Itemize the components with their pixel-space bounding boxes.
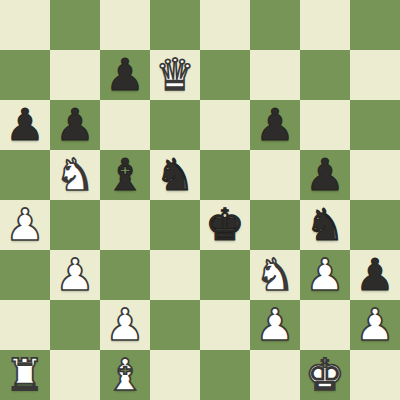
square-c2[interactable]: ♟︎ bbox=[100, 300, 150, 350]
square-b5[interactable]: ♞︎ bbox=[50, 150, 100, 200]
square-e1[interactable] bbox=[200, 350, 250, 400]
square-c1[interactable]: ♝︎ bbox=[100, 350, 150, 400]
white-pawn[interactable]: ♟︎ bbox=[5, 200, 44, 250]
black-pawn[interactable]: ♟︎ bbox=[5, 100, 44, 150]
white-king[interactable]: ♚︎ bbox=[305, 350, 344, 400]
black-pawn[interactable]: ♟︎ bbox=[305, 150, 344, 200]
square-f6[interactable]: ♟︎ bbox=[250, 100, 300, 150]
white-pawn[interactable]: ♟︎ bbox=[355, 300, 394, 350]
white-rook[interactable]: ♜︎ bbox=[5, 350, 44, 400]
square-f7[interactable] bbox=[250, 50, 300, 100]
square-e2[interactable] bbox=[200, 300, 250, 350]
square-e7[interactable] bbox=[200, 50, 250, 100]
square-g4[interactable]: ♞︎ bbox=[300, 200, 350, 250]
square-h8[interactable] bbox=[350, 0, 400, 50]
square-c4[interactable] bbox=[100, 200, 150, 250]
square-h6[interactable] bbox=[350, 100, 400, 150]
square-a2[interactable] bbox=[0, 300, 50, 350]
square-f2[interactable]: ♟︎ bbox=[250, 300, 300, 350]
square-a8[interactable] bbox=[0, 0, 50, 50]
square-c8[interactable] bbox=[100, 0, 150, 50]
white-knight[interactable]: ♞︎ bbox=[255, 250, 294, 300]
square-d4[interactable] bbox=[150, 200, 200, 250]
square-d7[interactable]: ♛︎ bbox=[150, 50, 200, 100]
square-g1[interactable]: ♚︎ bbox=[300, 350, 350, 400]
square-h3[interactable]: ♟︎ bbox=[350, 250, 400, 300]
black-pawn[interactable]: ♟︎ bbox=[55, 100, 94, 150]
square-c7[interactable]: ♟︎ bbox=[100, 50, 150, 100]
square-h5[interactable] bbox=[350, 150, 400, 200]
white-pawn[interactable]: ♟︎ bbox=[305, 250, 344, 300]
square-c3[interactable] bbox=[100, 250, 150, 300]
white-pawn[interactable]: ♟︎ bbox=[55, 250, 94, 300]
black-knight[interactable]: ♞︎ bbox=[305, 200, 344, 250]
square-h7[interactable] bbox=[350, 50, 400, 100]
square-g3[interactable]: ♟︎ bbox=[300, 250, 350, 300]
square-a5[interactable] bbox=[0, 150, 50, 200]
square-f1[interactable] bbox=[250, 350, 300, 400]
square-a6[interactable]: ♟︎ bbox=[0, 100, 50, 150]
black-knight[interactable]: ♞︎ bbox=[155, 150, 194, 200]
square-g5[interactable]: ♟︎ bbox=[300, 150, 350, 200]
white-queen[interactable]: ♛︎ bbox=[155, 50, 194, 100]
white-pawn[interactable]: ♟︎ bbox=[255, 300, 294, 350]
square-h2[interactable]: ♟︎ bbox=[350, 300, 400, 350]
black-pawn[interactable]: ♟︎ bbox=[105, 50, 144, 100]
square-h4[interactable] bbox=[350, 200, 400, 250]
square-g8[interactable] bbox=[300, 0, 350, 50]
square-b8[interactable] bbox=[50, 0, 100, 50]
square-h1[interactable] bbox=[350, 350, 400, 400]
square-f8[interactable] bbox=[250, 0, 300, 50]
black-bishop[interactable]: ♝︎ bbox=[105, 150, 144, 200]
square-d5[interactable]: ♞︎ bbox=[150, 150, 200, 200]
square-a7[interactable] bbox=[0, 50, 50, 100]
square-b3[interactable]: ♟︎ bbox=[50, 250, 100, 300]
square-b2[interactable] bbox=[50, 300, 100, 350]
white-knight[interactable]: ♞︎ bbox=[55, 150, 94, 200]
square-d6[interactable] bbox=[150, 100, 200, 150]
square-d3[interactable] bbox=[150, 250, 200, 300]
square-d8[interactable] bbox=[150, 0, 200, 50]
square-a3[interactable] bbox=[0, 250, 50, 300]
square-e3[interactable] bbox=[200, 250, 250, 300]
square-b1[interactable] bbox=[50, 350, 100, 400]
square-e4[interactable]: ♚︎ bbox=[200, 200, 250, 250]
square-e8[interactable] bbox=[200, 0, 250, 50]
square-g6[interactable] bbox=[300, 100, 350, 150]
white-pawn[interactable]: ♟︎ bbox=[105, 300, 144, 350]
square-d2[interactable] bbox=[150, 300, 200, 350]
square-c5[interactable]: ♝︎ bbox=[100, 150, 150, 200]
square-a4[interactable]: ♟︎ bbox=[0, 200, 50, 250]
black-pawn[interactable]: ♟︎ bbox=[355, 250, 394, 300]
white-bishop[interactable]: ♝︎ bbox=[105, 350, 144, 400]
black-pawn[interactable]: ♟︎ bbox=[255, 100, 294, 150]
square-f3[interactable]: ♞︎ bbox=[250, 250, 300, 300]
square-e6[interactable] bbox=[200, 100, 250, 150]
square-d1[interactable] bbox=[150, 350, 200, 400]
square-e5[interactable] bbox=[200, 150, 250, 200]
square-c6[interactable] bbox=[100, 100, 150, 150]
square-b6[interactable]: ♟︎ bbox=[50, 100, 100, 150]
square-g2[interactable] bbox=[300, 300, 350, 350]
black-king[interactable]: ♚︎ bbox=[205, 200, 244, 250]
square-f4[interactable] bbox=[250, 200, 300, 250]
square-g7[interactable] bbox=[300, 50, 350, 100]
square-b4[interactable] bbox=[50, 200, 100, 250]
square-a1[interactable]: ♜︎ bbox=[0, 350, 50, 400]
square-f5[interactable] bbox=[250, 150, 300, 200]
chess-board: ♟︎♛︎♟︎♟︎♟︎♞︎♝︎♞︎♟︎♟︎♚︎♞︎♟︎♞︎♟︎♟︎♟︎♟︎♟︎♜︎… bbox=[0, 0, 400, 400]
square-b7[interactable] bbox=[50, 50, 100, 100]
